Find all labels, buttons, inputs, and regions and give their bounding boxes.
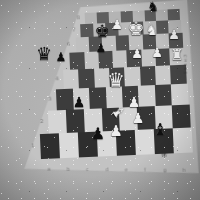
black-pawn-b4[interactable]: ♟ [72, 95, 86, 109]
square-d5[interactable] [112, 50, 127, 68]
white-knight-f7[interactable]: ♞ [145, 23, 159, 37]
square-f4[interactable] [140, 66, 156, 86]
square-e4[interactable] [124, 67, 140, 87]
white-queen-d5[interactable]: ♛ [106, 70, 126, 90]
white-pawn-e4[interactable]: ♟ [127, 95, 141, 109]
black-pawn-b6[interactable]: ♟ [95, 42, 107, 54]
square-a4[interactable] [63, 69, 79, 89]
rank-label-1: 1 [31, 143, 34, 148]
rank-label-3: 3 [48, 97, 51, 102]
black-knight-captured: ♞ [147, 0, 160, 13]
square-h3[interactable] [171, 84, 188, 106]
square-h8[interactable] [168, 9, 180, 21]
black-king-b7[interactable]: ♚ [94, 23, 111, 40]
rank-label-7: 7 [72, 27, 75, 32]
square-a5[interactable] [70, 52, 85, 70]
square-g3[interactable] [155, 84, 172, 106]
rank-label-6: 6 [67, 42, 70, 47]
black-queen-captured: ♛ [35, 45, 53, 63]
square-a3[interactable] [56, 89, 73, 111]
white-pawn-d2[interactable]: ♟ [109, 124, 124, 139]
white-pawn-c7[interactable]: ♟ [111, 18, 124, 31]
white-pawn-g6[interactable]: ♟ [151, 46, 164, 59]
white-pawn-e6[interactable]: ♟ [131, 47, 144, 60]
square-b1[interactable] [59, 132, 79, 158]
square-h2[interactable] [172, 105, 191, 129]
square-g4[interactable] [155, 65, 171, 85]
square-b2[interactable] [66, 109, 85, 133]
square-a1[interactable] [40, 133, 60, 159]
black-bishop-g2[interactable]: ♝ [152, 122, 168, 138]
square-a2[interactable] [48, 110, 67, 134]
black-pawn-captured: ♟ [55, 51, 67, 63]
white-pawn-f3[interactable]: ♟ [131, 111, 145, 125]
chess-board-photo: abcdefgh87654321 CHESS ⚜ ♟♚♞♟♟♟♜♛♟♝♟♟♚♟♟… [0, 0, 200, 200]
rank-label-8: 8 [77, 15, 80, 20]
corner-emblem-icon: ⚜ [157, 145, 171, 160]
square-a6[interactable] [75, 37, 89, 53]
rank-label-4: 4 [55, 76, 58, 81]
file-label-b: b [67, 167, 70, 172]
file-label-f: f [144, 167, 146, 172]
rank-label-2: 2 [40, 119, 43, 124]
file-label-h: h [183, 167, 186, 172]
white-pawn-h7[interactable]: ♟ [168, 28, 181, 41]
square-b4[interactable] [78, 69, 94, 89]
square-c3[interactable] [89, 87, 106, 109]
black-pawn-c2[interactable]: ♟ [90, 126, 106, 142]
file-label-g: g [163, 167, 166, 172]
file-label-a: a [47, 167, 50, 172]
square-h1[interactable] [173, 127, 193, 153]
white-rook-h6[interactable]: ♜ [170, 48, 185, 63]
file-label-d: d [105, 167, 108, 172]
file-label-c: c [86, 167, 89, 172]
white-king-e7[interactable]: ♚ [127, 19, 146, 38]
file-label-e: e [125, 167, 128, 172]
square-a7[interactable] [80, 24, 93, 38]
